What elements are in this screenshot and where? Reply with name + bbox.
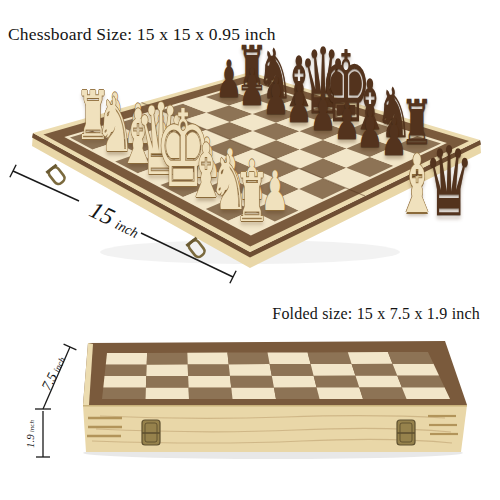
- dimension-value: 1.9: [24, 434, 36, 448]
- dimension-label-1-9-inch: 1.9inch: [20, 420, 38, 448]
- dimension-annotations-bottom: [0, 0, 500, 500]
- chess-set-product-photo: Chessboard Size: 15 x 15 x 0.95 inch ♜♞♝…: [0, 0, 500, 500]
- dimension-unit: inch: [28, 420, 36, 432]
